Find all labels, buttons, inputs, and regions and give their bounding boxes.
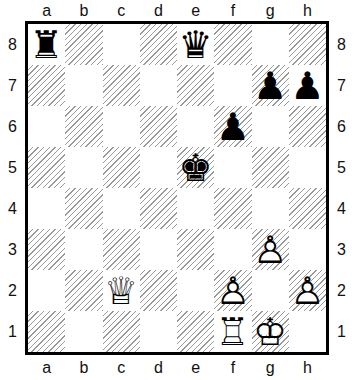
piece-white-queen[interactable]: ♛♕ <box>103 270 140 311</box>
black-pawn-glyph: ♟ <box>290 67 324 105</box>
file-label-a: a <box>42 2 51 20</box>
file-label-g: g <box>266 2 275 20</box>
piece-black-queen[interactable]: ♛ <box>177 24 214 65</box>
square-c8[interactable] <box>103 24 140 65</box>
square-e2[interactable] <box>177 270 214 311</box>
square-c2[interactable]: ♛♕ <box>103 270 140 311</box>
square-f6[interactable]: ♟ <box>214 106 251 147</box>
square-h6[interactable] <box>289 106 326 147</box>
rank-label-5: 5 <box>8 159 17 177</box>
file-label-a: a <box>42 359 51 377</box>
square-h1[interactable] <box>289 311 326 352</box>
square-b6[interactable] <box>65 106 102 147</box>
piece-white-rook[interactable]: ♜♖ <box>214 311 251 352</box>
file-label-c: c <box>117 359 125 377</box>
file-labels-top: abcdefgh <box>28 0 326 22</box>
file-label-f: f <box>231 359 235 377</box>
square-c4[interactable] <box>103 188 140 229</box>
square-c7[interactable] <box>103 65 140 106</box>
square-e3[interactable] <box>177 229 214 270</box>
square-d3[interactable] <box>140 229 177 270</box>
piece-white-fill: ♚ <box>253 313 287 351</box>
piece-white-fill: ♟ <box>290 272 324 310</box>
square-f8[interactable] <box>214 24 251 65</box>
square-d7[interactable] <box>140 65 177 106</box>
white-rook-glyph: ♖ <box>216 313 250 351</box>
file-label-d: d <box>154 359 163 377</box>
square-d6[interactable] <box>140 106 177 147</box>
rank-label-1: 1 <box>337 323 346 341</box>
file-label-b: b <box>79 2 88 20</box>
piece-white-pawn[interactable]: ♟♙ <box>214 270 251 311</box>
square-e8[interactable]: ♛ <box>177 24 214 65</box>
piece-black-rook[interactable]: ♜ <box>28 24 65 65</box>
square-h2[interactable]: ♟♙ <box>289 270 326 311</box>
square-a7[interactable] <box>28 65 65 106</box>
square-b4[interactable] <box>65 188 102 229</box>
piece-black-king[interactable]: ♚ <box>177 147 214 188</box>
square-e6[interactable] <box>177 106 214 147</box>
piece-white-pawn[interactable]: ♟♙ <box>289 270 326 311</box>
piece-black-pawn[interactable]: ♟ <box>214 106 251 147</box>
piece-white-fill: ♟ <box>216 272 250 310</box>
square-c6[interactable] <box>103 106 140 147</box>
file-label-h: h <box>303 359 312 377</box>
square-h3[interactable] <box>289 229 326 270</box>
square-d2[interactable] <box>140 270 177 311</box>
square-a3[interactable] <box>28 229 65 270</box>
rank-label-3: 3 <box>337 241 346 259</box>
rank-label-8: 8 <box>337 36 346 54</box>
square-e5[interactable]: ♚ <box>177 147 214 188</box>
square-b5[interactable] <box>65 147 102 188</box>
file-label-b: b <box>79 359 88 377</box>
square-d4[interactable] <box>140 188 177 229</box>
white-pawn-glyph: ♙ <box>253 231 287 269</box>
square-f1[interactable]: ♜♖ <box>214 311 251 352</box>
square-d8[interactable] <box>140 24 177 65</box>
white-pawn-glyph: ♙ <box>216 272 250 310</box>
square-g5[interactable] <box>252 147 289 188</box>
black-queen-glyph: ♛ <box>179 26 213 64</box>
square-g4[interactable] <box>252 188 289 229</box>
file-label-c: c <box>117 2 125 20</box>
square-f2[interactable]: ♟♙ <box>214 270 251 311</box>
rank-label-7: 7 <box>8 77 17 95</box>
square-c1[interactable] <box>103 311 140 352</box>
rank-label-3: 3 <box>8 241 17 259</box>
piece-white-fill: ♜ <box>216 313 250 351</box>
rank-label-4: 4 <box>8 200 17 218</box>
square-d1[interactable] <box>140 311 177 352</box>
square-e1[interactable] <box>177 311 214 352</box>
black-rook-glyph: ♜ <box>30 26 64 64</box>
white-king-glyph: ♔ <box>253 313 287 351</box>
rank-label-7: 7 <box>337 77 346 95</box>
file-label-f: f <box>231 2 235 20</box>
rank-label-2: 2 <box>8 282 17 300</box>
square-a1[interactable] <box>28 311 65 352</box>
square-f3[interactable] <box>214 229 251 270</box>
square-h7[interactable]: ♟ <box>289 65 326 106</box>
rank-label-8: 8 <box>8 36 17 54</box>
black-king-glyph: ♚ <box>179 149 213 187</box>
piece-white-pawn[interactable]: ♟♙ <box>252 229 289 270</box>
rank-label-6: 6 <box>8 118 17 136</box>
square-g3[interactable]: ♟♙ <box>252 229 289 270</box>
square-b3[interactable] <box>65 229 102 270</box>
piece-white-king[interactable]: ♚♔ <box>252 311 289 352</box>
square-e7[interactable] <box>177 65 214 106</box>
square-c3[interactable] <box>103 229 140 270</box>
board: ♜♛♟♟♟♚♟♙♛♕♟♙♟♙♜♖♚♔ <box>25 21 329 355</box>
square-a4[interactable] <box>28 188 65 229</box>
square-h5[interactable] <box>289 147 326 188</box>
piece-black-pawn[interactable]: ♟ <box>252 65 289 106</box>
square-b2[interactable] <box>65 270 102 311</box>
square-g1[interactable]: ♚♔ <box>252 311 289 352</box>
rank-labels-right: 87654321 <box>329 24 354 352</box>
black-pawn-glyph: ♟ <box>253 67 287 105</box>
piece-white-fill: ♟ <box>253 231 287 269</box>
rank-label-6: 6 <box>337 118 346 136</box>
square-b7[interactable] <box>65 65 102 106</box>
square-c5[interactable] <box>103 147 140 188</box>
square-e4[interactable] <box>177 188 214 229</box>
square-f7[interactable] <box>214 65 251 106</box>
square-f5[interactable] <box>214 147 251 188</box>
square-g6[interactable] <box>252 106 289 147</box>
square-d5[interactable] <box>140 147 177 188</box>
file-label-h: h <box>303 2 312 20</box>
chess-diagram: abcdefgh 87654321 ♜♛♟♟♟♚♟♙♛♕♟♙♟♙♜♖♚♔ 876… <box>0 0 354 380</box>
square-f4[interactable] <box>214 188 251 229</box>
rank-label-1: 1 <box>8 323 17 341</box>
square-a5[interactable] <box>28 147 65 188</box>
file-label-e: e <box>191 359 200 377</box>
square-a6[interactable] <box>28 106 65 147</box>
piece-black-pawn[interactable]: ♟ <box>289 65 326 106</box>
square-g8[interactable] <box>252 24 289 65</box>
white-queen-glyph: ♕ <box>104 272 138 310</box>
rank-label-5: 5 <box>337 159 346 177</box>
square-b8[interactable] <box>65 24 102 65</box>
file-label-d: d <box>154 2 163 20</box>
square-g2[interactable] <box>252 270 289 311</box>
square-h4[interactable] <box>289 188 326 229</box>
file-label-g: g <box>266 359 275 377</box>
white-pawn-glyph: ♙ <box>290 272 324 310</box>
square-g7[interactable]: ♟ <box>252 65 289 106</box>
rank-label-2: 2 <box>337 282 346 300</box>
square-b1[interactable] <box>65 311 102 352</box>
file-label-e: e <box>191 2 200 20</box>
rank-label-4: 4 <box>337 200 346 218</box>
file-labels-bottom: abcdefgh <box>28 356 326 380</box>
rank-labels-left: 87654321 <box>0 24 25 352</box>
piece-white-fill: ♛ <box>104 272 138 310</box>
black-pawn-glyph: ♟ <box>216 108 250 146</box>
square-a2[interactable] <box>28 270 65 311</box>
square-a8[interactable]: ♜ <box>28 24 65 65</box>
square-h8[interactable] <box>289 24 326 65</box>
